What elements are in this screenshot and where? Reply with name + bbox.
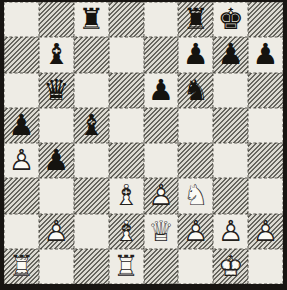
square-e6: ♟ bbox=[144, 73, 179, 108]
square-d5 bbox=[109, 108, 144, 143]
square-d2: ♝♗ bbox=[109, 214, 144, 249]
square-g7: ♟ bbox=[213, 37, 248, 72]
square-f4 bbox=[178, 143, 213, 178]
square-h5 bbox=[248, 108, 283, 143]
square-f2: ♟♙ bbox=[178, 214, 213, 249]
square-d4 bbox=[109, 143, 144, 178]
square-e5 bbox=[144, 108, 179, 143]
chess-board: ♜♜♚♝♟♟♟♛♟♞♟♝♟♙♟♝♗♟♙♞♘♟♙♝♗♛♕♟♙♟♙♟♙♜♖♜♖♚♔ bbox=[0, 0, 287, 290]
black-rook-f8-piece: ♜ bbox=[178, 2, 213, 37]
square-c8: ♜ bbox=[74, 2, 109, 37]
square-b7: ♝ bbox=[39, 37, 74, 72]
square-a2 bbox=[4, 214, 39, 249]
square-g6 bbox=[213, 73, 248, 108]
white-pawn-h2-piece: ♟♙ bbox=[248, 214, 283, 249]
square-g5 bbox=[213, 108, 248, 143]
white-king-g1-piece: ♚♔ bbox=[213, 249, 248, 284]
black-queen-b6-piece: ♛ bbox=[39, 73, 74, 108]
square-e4 bbox=[144, 143, 179, 178]
black-pawn-f7-piece: ♟ bbox=[178, 37, 213, 72]
square-f7: ♟ bbox=[178, 37, 213, 72]
square-d1: ♜♖ bbox=[109, 249, 144, 284]
square-a3 bbox=[4, 178, 39, 213]
black-pawn-a5-piece: ♟ bbox=[4, 108, 39, 143]
square-c3 bbox=[74, 178, 109, 213]
square-c7 bbox=[74, 37, 109, 72]
white-bishop-d2-piece: ♝♗ bbox=[109, 214, 144, 249]
black-bishop-b7-piece: ♝ bbox=[39, 37, 74, 72]
white-pawn-e3-piece: ♟♙ bbox=[144, 178, 179, 213]
square-g8: ♚ bbox=[213, 2, 248, 37]
square-a5: ♟ bbox=[4, 108, 39, 143]
square-d3: ♝♗ bbox=[109, 178, 144, 213]
square-h6 bbox=[248, 73, 283, 108]
square-h7: ♟ bbox=[248, 37, 283, 72]
white-bishop-d3-piece: ♝♗ bbox=[109, 178, 144, 213]
square-b6: ♛ bbox=[39, 73, 74, 108]
square-h2: ♟♙ bbox=[248, 214, 283, 249]
square-h4 bbox=[248, 143, 283, 178]
white-queen-e2-piece: ♛♕ bbox=[144, 214, 179, 249]
black-knight-f6-piece: ♞ bbox=[178, 73, 213, 108]
square-e1 bbox=[144, 249, 179, 284]
square-f1 bbox=[178, 249, 213, 284]
square-b8 bbox=[39, 2, 74, 37]
white-rook-d1-piece: ♜♖ bbox=[109, 249, 144, 284]
square-g4 bbox=[213, 143, 248, 178]
square-b5 bbox=[39, 108, 74, 143]
square-c6 bbox=[74, 73, 109, 108]
square-b3 bbox=[39, 178, 74, 213]
square-f6: ♞ bbox=[178, 73, 213, 108]
black-pawn-h7-piece: ♟ bbox=[248, 37, 283, 72]
square-e2: ♛♕ bbox=[144, 214, 179, 249]
square-b2: ♟♙ bbox=[39, 214, 74, 249]
square-a1: ♜♖ bbox=[4, 249, 39, 284]
square-f8: ♜ bbox=[178, 2, 213, 37]
square-c1 bbox=[74, 249, 109, 284]
black-bishop-c5-piece: ♝ bbox=[74, 108, 109, 143]
square-h8 bbox=[248, 2, 283, 37]
square-a8 bbox=[4, 2, 39, 37]
black-pawn-e6-piece: ♟ bbox=[144, 73, 179, 108]
black-pawn-b4-piece: ♟ bbox=[39, 143, 74, 178]
white-knight-f3-piece: ♞♘ bbox=[178, 178, 213, 213]
square-e8 bbox=[144, 2, 179, 37]
square-d6 bbox=[109, 73, 144, 108]
black-pawn-g7-piece: ♟ bbox=[213, 37, 248, 72]
square-f5 bbox=[178, 108, 213, 143]
square-a4: ♟♙ bbox=[4, 143, 39, 178]
square-c4 bbox=[74, 143, 109, 178]
white-pawn-f2-piece: ♟♙ bbox=[178, 214, 213, 249]
square-e3: ♟♙ bbox=[144, 178, 179, 213]
square-a6 bbox=[4, 73, 39, 108]
white-pawn-a4-piece: ♟♙ bbox=[4, 143, 39, 178]
square-c2 bbox=[74, 214, 109, 249]
square-c5: ♝ bbox=[74, 108, 109, 143]
square-g1: ♚♔ bbox=[213, 249, 248, 284]
square-g3 bbox=[213, 178, 248, 213]
square-g2: ♟♙ bbox=[213, 214, 248, 249]
square-d7 bbox=[109, 37, 144, 72]
square-e7 bbox=[144, 37, 179, 72]
square-h3 bbox=[248, 178, 283, 213]
white-rook-a1-piece: ♜♖ bbox=[4, 249, 39, 284]
black-king-g8-piece: ♚ bbox=[213, 2, 248, 37]
square-h1 bbox=[248, 249, 283, 284]
square-b1 bbox=[39, 249, 74, 284]
white-pawn-g2-piece: ♟♙ bbox=[213, 214, 248, 249]
black-rook-c8-piece: ♜ bbox=[74, 2, 109, 37]
square-a7 bbox=[4, 37, 39, 72]
square-f3: ♞♘ bbox=[178, 178, 213, 213]
square-d8 bbox=[109, 2, 144, 37]
square-b4: ♟ bbox=[39, 143, 74, 178]
white-pawn-b2-piece: ♟♙ bbox=[39, 214, 74, 249]
